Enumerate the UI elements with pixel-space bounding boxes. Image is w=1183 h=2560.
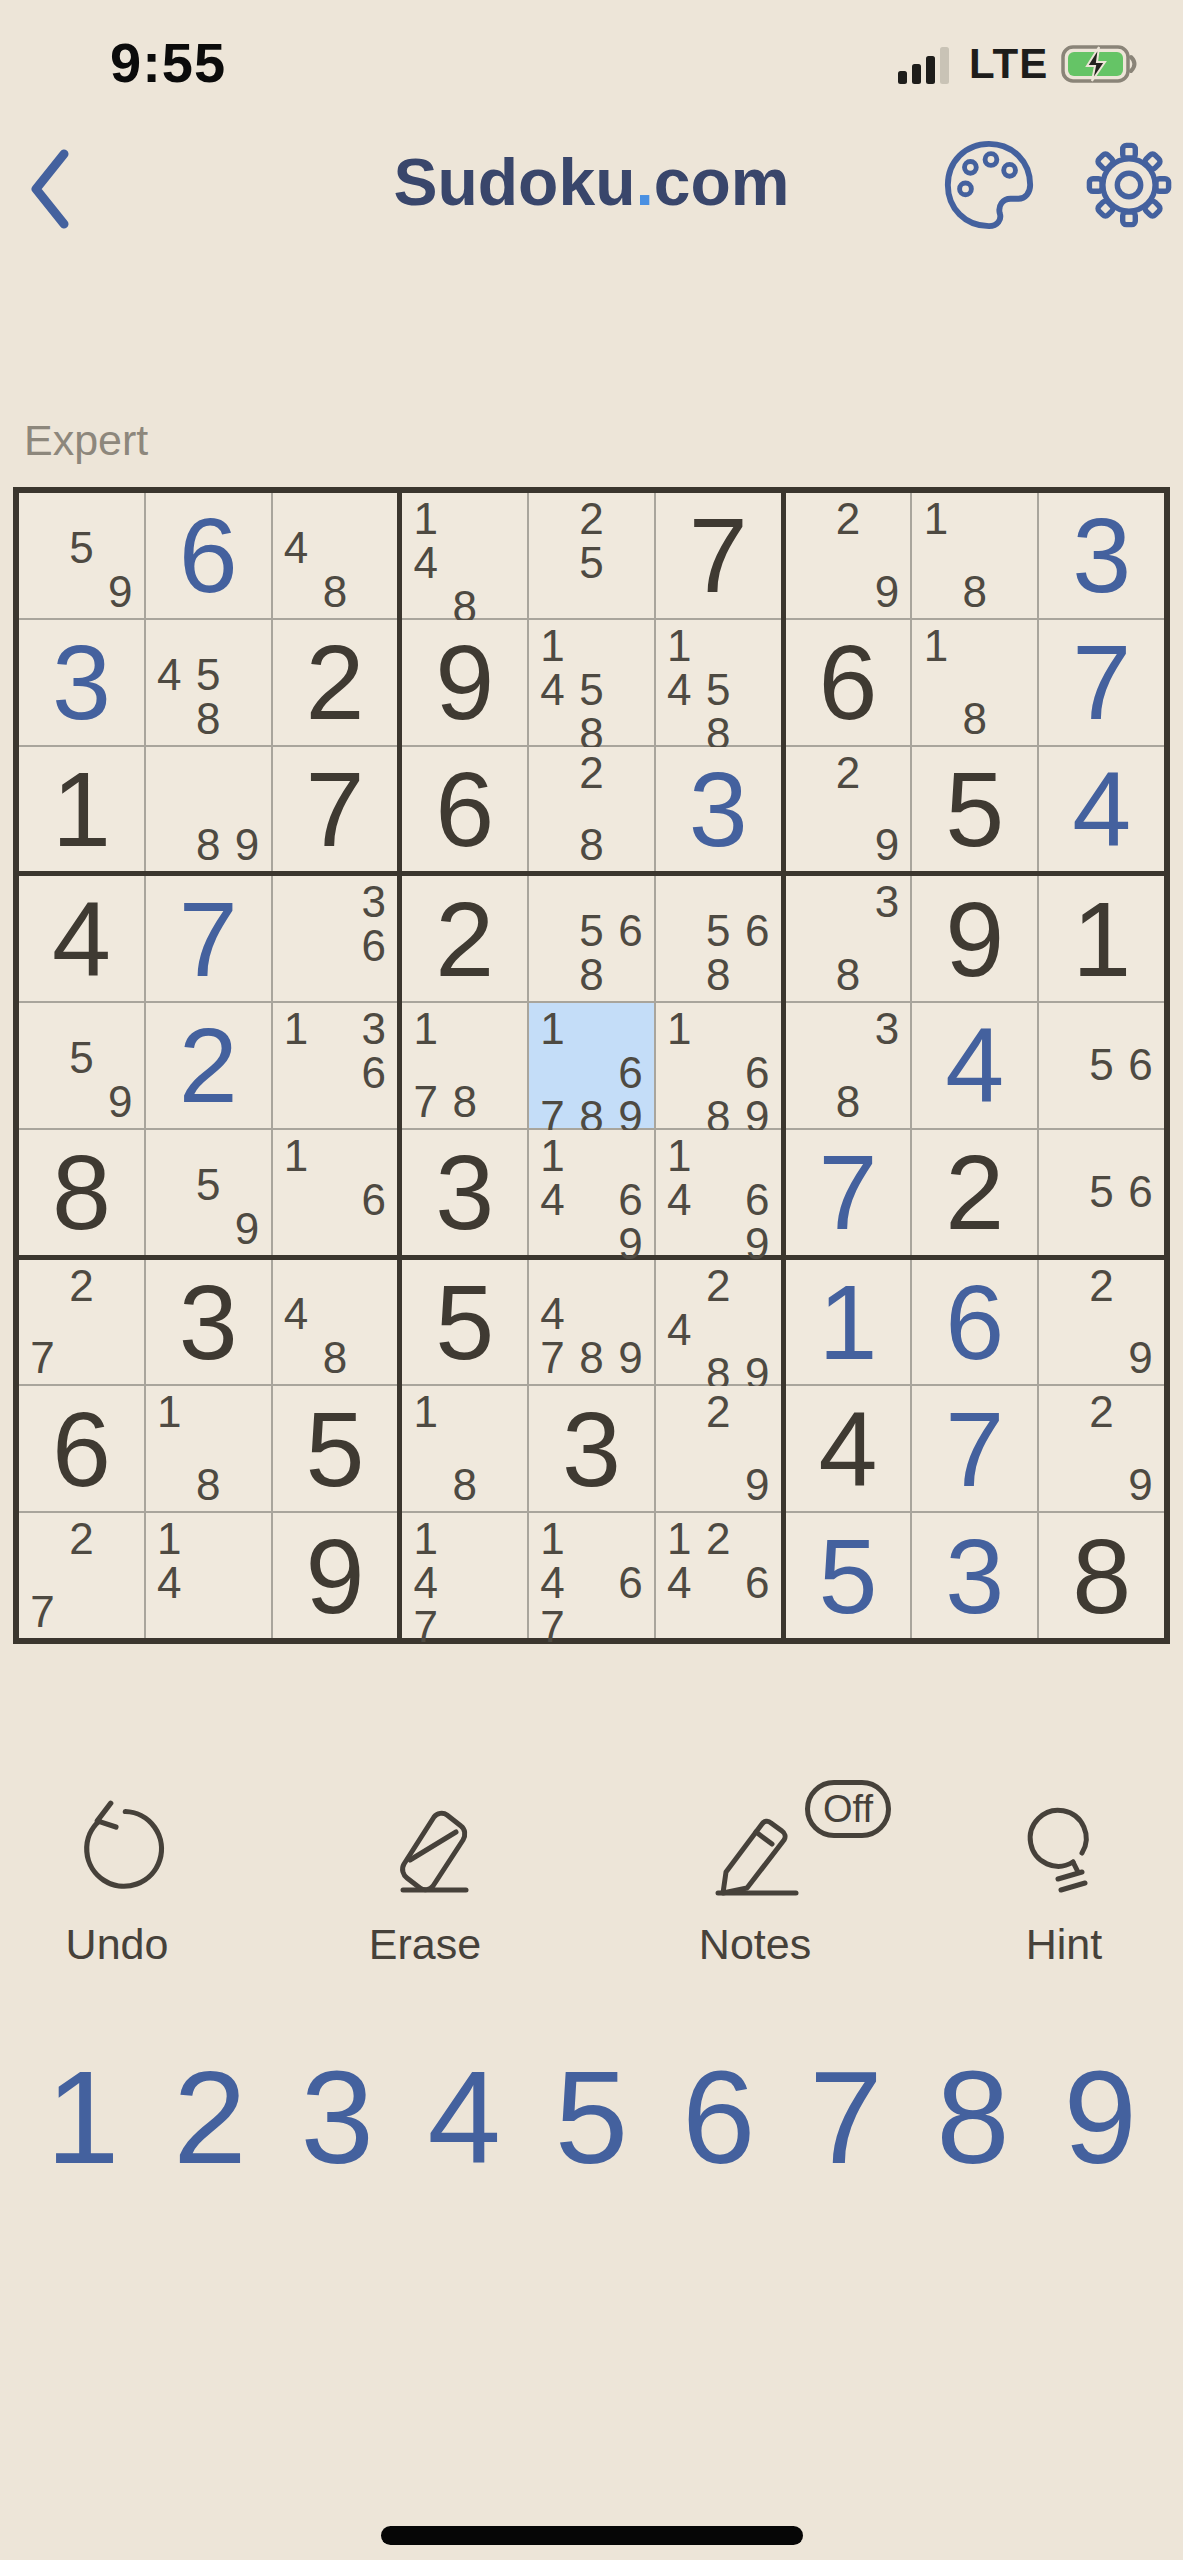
note-4: 4 <box>406 541 445 585</box>
cell-r6c1[interactable]: 8 <box>19 1130 144 1255</box>
given-digit: 2 <box>435 886 494 992</box>
box-3: 2918361872954 <box>786 493 1164 871</box>
cell-r4c1[interactable]: 4 <box>19 876 144 1001</box>
note-2: 2 <box>699 1517 738 1561</box>
cell-r9c2[interactable]: 14 <box>146 1513 271 1638</box>
undo-button[interactable]: Undo <box>17 1788 217 1969</box>
pencil-notes: 1458 <box>660 624 777 741</box>
note-6: 6 <box>1121 1043 1160 1087</box>
note-6: 6 <box>611 1561 650 1605</box>
cell-r3c7[interactable]: 29 <box>786 747 911 872</box>
cell-r2c7[interactable]: 6 <box>786 620 911 745</box>
note-7: 7 <box>23 1590 62 1634</box>
note-1: 1 <box>660 624 699 668</box>
cell-r8c5[interactable]: 3 <box>529 1386 654 1511</box>
notes-button[interactable]: Off Notes <box>655 1788 855 1969</box>
note-9: 9 <box>611 1336 650 1380</box>
cell-r1c2[interactable]: 6 <box>146 493 271 618</box>
cell-r3c4[interactable]: 6 <box>402 747 527 872</box>
battery-charging-icon <box>1061 43 1143 85</box>
given-digit: 6 <box>435 756 494 862</box>
cellular-signal-icon <box>898 44 956 84</box>
numpad-7[interactable]: 7 <box>809 2052 882 2184</box>
hint-button[interactable]: Hint <box>964 1788 1164 1969</box>
note-5: 5 <box>1082 1043 1121 1087</box>
cell-r9c6[interactable]: 1246 <box>656 1513 781 1638</box>
cell-r9c1[interactable]: 27 <box>19 1513 144 1638</box>
pencil-notes: 48 <box>277 497 394 614</box>
notes-toggle-badge: Off <box>805 1780 891 1838</box>
box-8: 5478924891832914714671246 <box>402 1260 780 1638</box>
cell-r6c8[interactable]: 2 <box>912 1130 1037 1255</box>
note-6: 6 <box>354 924 393 968</box>
note-6: 6 <box>738 909 777 953</box>
title-dot: . <box>635 145 653 219</box>
note-7: 7 <box>406 1080 445 1124</box>
cell-r6c2[interactable]: 59 <box>146 1130 271 1255</box>
cell-r9c8[interactable]: 3 <box>912 1513 1037 1638</box>
cell-r7c4[interactable]: 5 <box>402 1260 527 1385</box>
cell-r4c3[interactable]: 36 <box>273 876 398 1001</box>
undo-icon <box>65 1798 169 1906</box>
numpad: 123456789 <box>0 2052 1183 2184</box>
pencil-notes: 458 <box>150 624 267 741</box>
cell-r4c6[interactable]: 568 <box>656 876 781 1001</box>
undo-label: Undo <box>17 1920 217 1969</box>
given-digit: 5 <box>945 756 1004 862</box>
note-8: 8 <box>445 1080 484 1124</box>
pencil-notes: 18 <box>150 1390 267 1507</box>
note-2: 2 <box>1082 1264 1121 1308</box>
pencil-notes: 59 <box>150 1134 267 1251</box>
note-2: 2 <box>699 1264 738 1308</box>
box-7: 27348618527149 <box>19 1260 397 1638</box>
pencil-notes: 148 <box>406 497 523 614</box>
given-digit: 9 <box>945 886 1004 992</box>
note-5: 5 <box>572 668 611 712</box>
title-main: Sudoku <box>393 145 635 219</box>
cell-r7c9[interactable]: 29 <box>1039 1260 1164 1385</box>
note-4: 4 <box>660 1308 699 1352</box>
pencil-notes: 29 <box>660 1390 777 1507</box>
cell-r6c9[interactable]: 56 <box>1039 1130 1164 1255</box>
box-9: 16294729538 <box>786 1260 1164 1638</box>
home-indicator[interactable] <box>381 2526 803 2545</box>
note-6: 6 <box>1121 1170 1160 1214</box>
cell-r1c1[interactable]: 59 <box>19 493 144 618</box>
note-2: 2 <box>699 1390 738 1434</box>
cell-r4c9[interactable]: 1 <box>1039 876 1164 1001</box>
note-9: 9 <box>868 823 907 867</box>
note-9: 9 <box>868 570 907 614</box>
cell-r1c7[interactable]: 29 <box>786 493 911 618</box>
given-digit: 6 <box>52 1396 111 1502</box>
cell-r7c2[interactable]: 3 <box>146 1260 271 1385</box>
note-8: 8 <box>699 953 738 997</box>
user-digit: 4 <box>945 1012 1004 1118</box>
numpad-6[interactable]: 6 <box>682 2052 755 2184</box>
note-2: 2 <box>572 751 611 795</box>
cell-r4c5[interactable]: 568 <box>529 876 654 1001</box>
pencil-notes: 14 <box>150 1517 267 1634</box>
cell-r5c5[interactable]: 16789 <box>529 1003 654 1128</box>
note-4: 4 <box>660 668 699 712</box>
cell-r9c5[interactable]: 1467 <box>529 1513 654 1638</box>
note-6: 6 <box>611 909 650 953</box>
note-6: 6 <box>738 1561 777 1605</box>
toolbar: Undo Erase Off Notes <box>0 1788 1183 1988</box>
given-digit: 2 <box>305 629 364 735</box>
settings-button[interactable] <box>1084 140 1174 230</box>
network-type-label: LTE <box>969 40 1048 88</box>
user-digit: 3 <box>52 629 111 735</box>
cell-r3c9[interactable]: 4 <box>1039 747 1164 872</box>
pencil-notes: 28 <box>533 751 650 868</box>
note-9: 9 <box>228 823 267 867</box>
user-digit: 7 <box>945 1396 1004 1502</box>
cell-r6c6[interactable]: 1469 <box>656 1130 781 1255</box>
cell-r5c2[interactable]: 2 <box>146 1003 271 1128</box>
note-6: 6 <box>738 1051 777 1095</box>
pencil-notes: 136 <box>277 1007 394 1124</box>
note-9: 9 <box>1121 1463 1160 1507</box>
pencil-notes: 16789 <box>533 1007 650 1124</box>
note-7: 7 <box>533 1605 572 1649</box>
cell-r3c6[interactable]: 3 <box>656 747 781 872</box>
user-digit: 6 <box>179 502 238 608</box>
cell-r8c3[interactable]: 5 <box>273 1386 398 1511</box>
note-6: 6 <box>611 1051 650 1095</box>
cell-r7c3[interactable]: 48 <box>273 1260 398 1385</box>
status-time: 9:55 <box>110 30 226 95</box>
note-5: 5 <box>699 909 738 953</box>
given-digit: 5 <box>435 1269 494 1375</box>
given-digit: 8 <box>52 1139 111 1245</box>
cell-r1c8[interactable]: 18 <box>912 493 1037 618</box>
pencil-notes: 29 <box>1043 1264 1160 1381</box>
given-digit: 1 <box>52 756 111 862</box>
cell-r3c8[interactable]: 5 <box>912 747 1037 872</box>
cell-r1c9[interactable]: 3 <box>1039 493 1164 618</box>
cell-r5c7[interactable]: 38 <box>786 1003 911 1128</box>
cell-r9c9[interactable]: 8 <box>1039 1513 1164 1638</box>
given-digit: 3 <box>435 1139 494 1245</box>
cell-r8c4[interactable]: 18 <box>402 1386 527 1511</box>
box-6: 3891384567256 <box>786 876 1164 1254</box>
note-4: 4 <box>660 1178 699 1222</box>
cell-r2c2[interactable]: 458 <box>146 620 271 745</box>
note-7: 7 <box>23 1336 62 1380</box>
user-digit: 7 <box>179 886 238 992</box>
note-7: 7 <box>406 1605 445 1649</box>
note-2: 2 <box>62 1264 101 1308</box>
note-4: 4 <box>406 1561 445 1605</box>
pencil-notes: 27 <box>23 1517 140 1634</box>
user-digit: 4 <box>1072 756 1131 862</box>
numpad-5[interactable]: 5 <box>555 2052 628 2184</box>
note-1: 1 <box>533 1134 572 1178</box>
note-1: 1 <box>150 1517 189 1561</box>
note-4: 4 <box>660 1561 699 1605</box>
note-5: 5 <box>572 909 611 953</box>
cell-r1c5[interactable]: 25 <box>529 493 654 618</box>
given-digit: 8 <box>1072 1523 1131 1629</box>
pencil-notes: 29 <box>790 497 907 614</box>
note-4: 4 <box>533 1178 572 1222</box>
given-digit: 9 <box>305 1523 364 1629</box>
cell-r4c2[interactable]: 7 <box>146 876 271 1001</box>
note-1: 1 <box>660 1517 699 1561</box>
cell-r6c4[interactable]: 3 <box>402 1130 527 1255</box>
user-digit: 2 <box>179 1012 238 1118</box>
note-2: 2 <box>829 751 868 795</box>
cell-r6c5[interactable]: 1469 <box>529 1130 654 1255</box>
cell-r8c2[interactable]: 18 <box>146 1386 271 1511</box>
cell-r6c3[interactable]: 16 <box>273 1130 398 1255</box>
status-right-cluster: LTE <box>898 40 1143 88</box>
numpad-8[interactable]: 8 <box>936 2052 1009 2184</box>
pencil-notes: 2489 <box>660 1264 777 1381</box>
sudoku-board: 5964834582189714825791458145862832918361… <box>13 487 1170 1644</box>
note-8: 8 <box>189 697 228 741</box>
difficulty-label: Expert <box>24 416 148 465</box>
note-1: 1 <box>150 1390 189 1434</box>
cell-r8c8[interactable]: 7 <box>912 1386 1037 1511</box>
cell-r5c1[interactable]: 59 <box>19 1003 144 1128</box>
pencil-notes: 25 <box>533 497 650 614</box>
note-5: 5 <box>62 526 101 570</box>
cell-r5c9[interactable]: 56 <box>1039 1003 1164 1128</box>
note-1: 1 <box>660 1134 699 1178</box>
cell-r5c3[interactable]: 136 <box>273 1003 398 1128</box>
user-digit: 6 <box>945 1269 1004 1375</box>
user-digit: 3 <box>1072 502 1131 608</box>
note-1: 1 <box>916 497 955 541</box>
cell-r9c3[interactable]: 9 <box>273 1513 398 1638</box>
pencil-notes: 89 <box>150 751 267 868</box>
note-2: 2 <box>829 497 868 541</box>
note-4: 4 <box>533 668 572 712</box>
pencil-notes: 59 <box>23 1007 140 1124</box>
note-7: 7 <box>533 1336 572 1380</box>
cell-r3c3[interactable]: 7 <box>273 747 398 872</box>
note-1: 1 <box>533 1007 572 1051</box>
pencil-notes: 48 <box>277 1264 394 1381</box>
cell-r2c5[interactable]: 1458 <box>529 620 654 745</box>
cell-r2c4[interactable]: 9 <box>402 620 527 745</box>
cell-r2c8[interactable]: 18 <box>912 620 1037 745</box>
note-1: 1 <box>406 1517 445 1561</box>
note-3: 3 <box>868 880 907 924</box>
cell-r5c8[interactable]: 4 <box>912 1003 1037 1128</box>
pencil-notes: 147 <box>406 1517 523 1634</box>
pencil-notes: 36 <box>277 880 394 997</box>
cell-r8c6[interactable]: 29 <box>656 1386 781 1511</box>
note-1: 1 <box>406 497 445 541</box>
note-8: 8 <box>955 697 994 741</box>
given-digit: 3 <box>562 1396 621 1502</box>
given-digit: 7 <box>689 502 748 608</box>
pencil-notes: 56 <box>1043 1007 1160 1124</box>
cell-r1c6[interactable]: 7 <box>656 493 781 618</box>
numpad-3[interactable]: 3 <box>300 2052 373 2184</box>
box-4: 473659213685916 <box>19 876 397 1254</box>
note-1: 1 <box>406 1390 445 1434</box>
note-5: 5 <box>1082 1170 1121 1214</box>
cell-r3c1[interactable]: 1 <box>19 747 144 872</box>
note-4: 4 <box>150 1561 189 1605</box>
cell-r1c4[interactable]: 148 <box>402 493 527 618</box>
numpad-9[interactable]: 9 <box>1064 2052 1137 2184</box>
pencil-notes: 1469 <box>660 1134 777 1251</box>
pencil-notes: 1246 <box>660 1517 777 1634</box>
numpad-2[interactable]: 2 <box>173 2052 246 2184</box>
numpad-1[interactable]: 1 <box>46 2052 119 2184</box>
note-8: 8 <box>572 953 611 997</box>
pencil-notes: 1467 <box>533 1517 650 1634</box>
given-digit: 2 <box>945 1139 1004 1245</box>
cell-r7c1[interactable]: 27 <box>19 1260 144 1385</box>
given-digit: 1 <box>1072 886 1131 992</box>
cell-r8c9[interactable]: 29 <box>1039 1386 1164 1511</box>
pencil-notes: 18 <box>406 1390 523 1507</box>
note-9: 9 <box>228 1207 267 1251</box>
note-5: 5 <box>699 668 738 712</box>
pencil-notes: 56 <box>1043 1134 1160 1251</box>
note-8: 8 <box>955 570 994 614</box>
note-3: 3 <box>354 880 393 924</box>
erase-button[interactable]: Erase <box>325 1788 525 1969</box>
pencil-notes: 568 <box>533 880 650 997</box>
user-digit: 1 <box>819 1269 878 1375</box>
cell-r7c6[interactable]: 2489 <box>656 1260 781 1385</box>
given-digit: 6 <box>819 629 878 735</box>
note-4: 4 <box>277 526 316 570</box>
pencil-notes: 18 <box>916 497 1033 614</box>
note-5: 5 <box>62 1036 101 1080</box>
note-9: 9 <box>101 570 140 614</box>
pencil-notes: 4789 <box>533 1264 650 1381</box>
cell-r9c4[interactable]: 147 <box>402 1513 527 1638</box>
note-8: 8 <box>829 953 868 997</box>
note-4: 4 <box>533 1561 572 1605</box>
note-6: 6 <box>738 1178 777 1222</box>
note-1: 1 <box>277 1007 316 1051</box>
cell-r2c1[interactable]: 3 <box>19 620 144 745</box>
box-1: 59648345821897 <box>19 493 397 871</box>
note-5: 5 <box>189 1163 228 1207</box>
pencil-notes: 29 <box>790 751 907 868</box>
cell-r4c8[interactable]: 9 <box>912 876 1037 1001</box>
box-2: 1482579145814586283 <box>402 493 780 871</box>
pencil-notes: 38 <box>790 880 907 997</box>
given-digit: 3 <box>179 1269 238 1375</box>
note-8: 8 <box>189 1463 228 1507</box>
pencil-notes: 178 <box>406 1007 523 1124</box>
pencil-notes: 59 <box>23 497 140 614</box>
user-digit: 7 <box>1072 629 1131 735</box>
note-1: 1 <box>277 1134 316 1178</box>
palette-button[interactable] <box>940 136 1038 234</box>
note-8: 8 <box>829 1080 868 1124</box>
hint-label: Hint <box>964 1920 1164 1969</box>
pencil-notes: 29 <box>1043 1390 1160 1507</box>
given-digit: 4 <box>819 1396 878 1502</box>
cell-r7c7[interactable]: 1 <box>786 1260 911 1385</box>
given-digit: 5 <box>305 1396 364 1502</box>
cell-r4c4[interactable]: 2 <box>402 876 527 1001</box>
erase-label: Erase <box>325 1920 525 1969</box>
numpad-4[interactable]: 4 <box>428 2052 501 2184</box>
note-8: 8 <box>445 1463 484 1507</box>
note-1: 1 <box>533 1517 572 1561</box>
note-1: 1 <box>406 1007 445 1051</box>
note-6: 6 <box>354 1051 393 1095</box>
note-8: 8 <box>572 823 611 867</box>
pencil-notes: 1469 <box>533 1134 650 1251</box>
note-5: 5 <box>189 653 228 697</box>
note-2: 2 <box>62 1517 101 1561</box>
note-5: 5 <box>572 541 611 585</box>
note-8: 8 <box>315 570 354 614</box>
note-8: 8 <box>315 1336 354 1380</box>
user-digit: 3 <box>945 1523 1004 1629</box>
notes-label: Notes <box>655 1920 855 1969</box>
cell-r2c6[interactable]: 1458 <box>656 620 781 745</box>
note-1: 1 <box>533 624 572 668</box>
cell-r2c3[interactable]: 2 <box>273 620 398 745</box>
pencil-notes: 38 <box>790 1007 907 1124</box>
cell-r5c6[interactable]: 1689 <box>656 1003 781 1128</box>
cell-r5c4[interactable]: 178 <box>402 1003 527 1128</box>
cell-r7c8[interactable]: 6 <box>912 1260 1037 1385</box>
given-digit: 4 <box>52 886 111 992</box>
note-4: 4 <box>150 653 189 697</box>
eraser-icon <box>366 1798 484 1906</box>
pencil-notes: 1458 <box>533 624 650 741</box>
note-2: 2 <box>572 497 611 541</box>
cell-r4c7[interactable]: 38 <box>786 876 911 1001</box>
note-2: 2 <box>1082 1390 1121 1434</box>
note-1: 1 <box>916 624 955 668</box>
cell-r7c5[interactable]: 4789 <box>529 1260 654 1385</box>
user-digit: 3 <box>689 756 748 862</box>
user-digit: 7 <box>819 1139 878 1245</box>
note-9: 9 <box>101 1080 140 1124</box>
note-4: 4 <box>533 1292 572 1336</box>
given-digit: 7 <box>305 756 364 862</box>
pencil-notes: 18 <box>916 624 1033 741</box>
cell-r3c5[interactable]: 28 <box>529 747 654 872</box>
note-9: 9 <box>1121 1336 1160 1380</box>
note-8: 8 <box>189 823 228 867</box>
note-8: 8 <box>572 1336 611 1380</box>
cell-r1c3[interactable]: 48 <box>273 493 398 618</box>
lightbulb-icon <box>1016 1798 1112 1906</box>
cell-r9c7[interactable]: 5 <box>786 1513 911 1638</box>
cell-r6c7[interactable]: 7 <box>786 1130 911 1255</box>
title-suffix: com <box>654 145 790 219</box>
cell-r2c9[interactable]: 7 <box>1039 620 1164 745</box>
cell-r8c7[interactable]: 4 <box>786 1386 911 1511</box>
user-digit: 5 <box>819 1523 878 1629</box>
cell-r3c2[interactable]: 89 <box>146 747 271 872</box>
box-5: 2568568178167891689314691469 <box>402 876 780 1254</box>
note-6: 6 <box>611 1178 650 1222</box>
cell-r8c1[interactable]: 6 <box>19 1386 144 1511</box>
pencil-icon <box>696 1798 814 1906</box>
note-3: 3 <box>868 1007 907 1051</box>
